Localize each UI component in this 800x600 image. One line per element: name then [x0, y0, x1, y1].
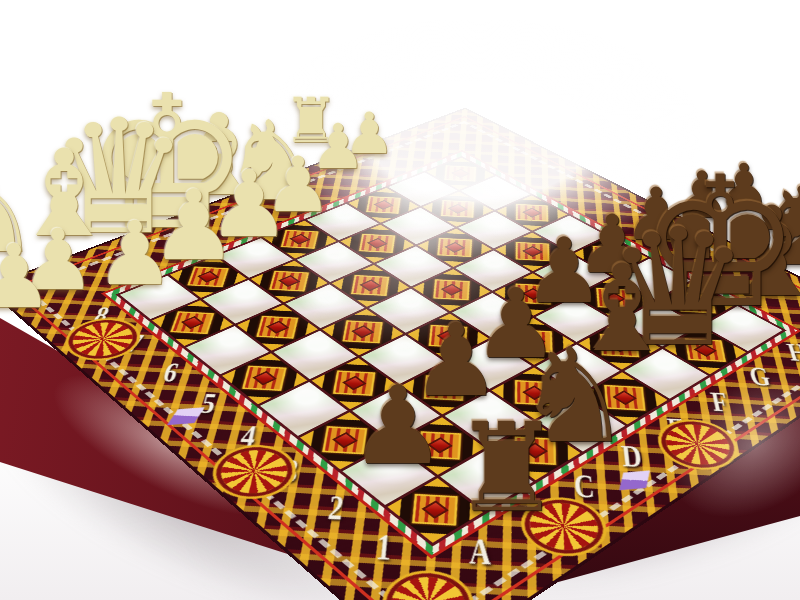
photo-scene: 87654321 HGFEDCBA ♜♟♟♝♞♟♟♟♜♚♛♝♟♟♞♟♞♜♟♟♟♝…: [0, 0, 800, 600]
pieces-layer: ♜♟♟♝♞♟♟♟♜♚♛♝♟♟♞♟♞♜♟♟♟♝♟♟♚♛♝♟♟♞♟♜: [0, 0, 800, 600]
dark-pawn-a2[interactable]: ♟: [350, 372, 447, 480]
white-pawn-c7[interactable]: ♟: [96, 210, 175, 298]
white-pawn-a7[interactable]: ♟: [0, 233, 53, 321]
dark-rook-a1[interactable]: ♜: [452, 407, 561, 529]
